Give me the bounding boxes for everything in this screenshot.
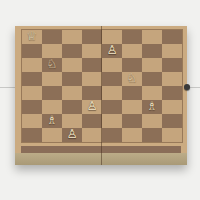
board-fold-seam	[101, 26, 102, 165]
square-c3	[62, 100, 82, 114]
square-g8	[142, 30, 162, 44]
square-e4	[102, 86, 122, 100]
square-d4	[82, 86, 102, 100]
square-f4	[122, 86, 142, 100]
square-g4	[142, 86, 162, 100]
square-b7	[42, 44, 62, 58]
square-c4	[62, 86, 82, 100]
piece-white-pawn: ♙	[87, 100, 98, 112]
piece-white-knight: ♘	[127, 72, 138, 84]
square-d7	[82, 44, 102, 58]
square-h1	[162, 128, 182, 142]
square-a5	[22, 72, 42, 86]
square-g5	[142, 72, 162, 86]
square-a2	[22, 114, 42, 128]
square-e1	[102, 128, 122, 142]
square-c7	[62, 44, 82, 58]
square-f1	[122, 128, 142, 142]
square-f7	[122, 44, 142, 58]
square-h4	[162, 86, 182, 100]
square-b2: ♗	[42, 114, 62, 128]
square-a7	[22, 44, 42, 58]
square-d2	[82, 114, 102, 128]
square-f3	[122, 100, 142, 114]
chess-board: ♕♙♘♘♙♗♗♙	[15, 26, 187, 165]
square-h2	[162, 114, 182, 128]
piece-white-bishop: ♗	[147, 100, 158, 112]
square-a6	[22, 58, 42, 72]
square-f2	[122, 114, 142, 128]
square-c8	[62, 30, 82, 44]
square-h7	[162, 44, 182, 58]
square-g1	[142, 128, 162, 142]
square-g7	[142, 44, 162, 58]
square-e3	[102, 100, 122, 114]
piece-white-pawn: ♙	[107, 44, 118, 56]
square-a4	[22, 86, 42, 100]
square-f5: ♘	[122, 72, 142, 86]
square-h5	[162, 72, 182, 86]
square-d8	[82, 30, 102, 44]
square-e7: ♙	[102, 44, 122, 58]
square-h3	[162, 100, 182, 114]
piece-white-queen: ♕	[27, 30, 38, 42]
square-b1	[42, 128, 62, 142]
latch-clasp-icon	[184, 84, 190, 90]
square-c2	[62, 114, 82, 128]
piece-white-pawn: ♙	[67, 128, 78, 140]
square-f6	[122, 58, 142, 72]
piece-white-bishop: ♗	[47, 114, 58, 126]
square-d3: ♙	[82, 100, 102, 114]
square-b3	[42, 100, 62, 114]
square-e6	[102, 58, 122, 72]
square-e5	[102, 72, 122, 86]
photo-scene: ♕♙♘♘♙♗♗♙	[0, 0, 200, 200]
square-f8	[122, 30, 142, 44]
square-h6	[162, 58, 182, 72]
piece-white-knight: ♘	[47, 58, 58, 70]
board-grid: ♕♙♘♘♙♗♗♙	[21, 29, 183, 143]
square-c6	[62, 58, 82, 72]
square-c1: ♙	[62, 128, 82, 142]
square-c5	[62, 72, 82, 86]
square-h8	[162, 30, 182, 44]
square-d6	[82, 58, 102, 72]
square-d1	[82, 128, 102, 142]
square-e2	[102, 114, 122, 128]
square-g6	[142, 58, 162, 72]
square-b8	[42, 30, 62, 44]
square-b6: ♘	[42, 58, 62, 72]
square-g3: ♗	[142, 100, 162, 114]
square-a8: ♕	[22, 30, 42, 44]
square-d5	[82, 72, 102, 86]
square-g2	[142, 114, 162, 128]
square-b5	[42, 72, 62, 86]
square-b4	[42, 86, 62, 100]
square-a3	[22, 100, 42, 114]
square-e8	[102, 30, 122, 44]
square-a1	[22, 128, 42, 142]
